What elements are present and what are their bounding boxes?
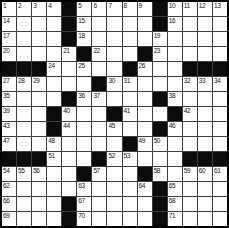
block-r11c14 [198, 152, 212, 166]
block-r5c1 [2, 62, 16, 76]
cell-r15c6[interactable]: 70 [77, 212, 91, 226]
cell-r15c13[interactable] [183, 212, 197, 226]
cell-r1c2[interactable]: 2 [17, 2, 31, 16]
cell-r5c12[interactable] [168, 62, 182, 76]
cell-r9c6[interactable] [77, 122, 91, 136]
cell-r4c1[interactable]: 20 [2, 47, 16, 61]
clue-number-24: 24 [48, 62, 54, 69]
cell-r8c3[interactable] [32, 107, 46, 121]
cell-r1c12[interactable]: 10 [168, 2, 182, 16]
cell-r12c1[interactable]: 54 [2, 167, 16, 181]
block-r5c9 [123, 62, 137, 76]
clue-number-49: 49 [139, 137, 145, 144]
cell-r13c3[interactable] [32, 182, 46, 196]
cell-r14c4[interactable] [47, 197, 61, 211]
cell-r5c10[interactable]: 26 [138, 62, 152, 76]
cell-r13c12[interactable]: 65 [168, 182, 182, 196]
clue-number-22: 22 [93, 47, 99, 54]
cell-r3c14[interactable] [198, 32, 212, 46]
block-r1c5 [62, 2, 76, 16]
cell-r11c6[interactable] [77, 152, 91, 166]
cell-r12c3[interactable]: 56 [32, 167, 46, 181]
cell-r15c14[interactable] [198, 212, 212, 226]
cell-r13c15[interactable] [213, 182, 227, 196]
cell-r4c8[interactable] [107, 47, 121, 61]
clue-number-48: 48 [48, 137, 54, 144]
cell-r5c6[interactable]: 25 [77, 62, 91, 76]
cell-r5c4[interactable]: 24 [47, 62, 61, 76]
cell-r8c1[interactable]: 39 [2, 107, 16, 121]
cell-r6c2[interactable]: 28 [17, 77, 31, 91]
cell-r15c15[interactable] [213, 212, 227, 226]
clue-number-68: 68 [169, 197, 175, 204]
cell-r2c6[interactable]: 15 [77, 17, 91, 31]
block-r11c1 [2, 152, 16, 166]
cell-r2c15[interactable] [213, 17, 227, 31]
clue-number-45: 45 [108, 122, 114, 129]
cell-r8c9[interactable]: 41 [123, 107, 137, 121]
block-r7c11 [153, 92, 167, 106]
cell-r10c4[interactable]: 48 [47, 137, 61, 151]
cell-r13c6[interactable]: 63 [77, 182, 91, 196]
clue-number-18: 18 [78, 32, 84, 39]
cell-r3c8[interactable] [107, 32, 121, 46]
block-r13c11 [153, 182, 167, 196]
cell-r15c9[interactable] [123, 212, 137, 226]
cell-r3c13[interactable] [183, 32, 197, 46]
cell-r12c13[interactable]: 59 [183, 167, 197, 181]
cell-r10c8[interactable] [107, 137, 121, 151]
cell-r11c10[interactable] [138, 152, 152, 166]
cell-r1c6[interactable]: 5 [77, 2, 91, 16]
cell-r9c15[interactable] [213, 122, 227, 136]
cell-r14c2[interactable] [17, 197, 31, 211]
clue-number-40: 40 [63, 107, 69, 114]
cell-r14c10[interactable] [138, 197, 152, 211]
clue-number-47: 47 [3, 137, 9, 144]
clue-number-12: 12 [199, 2, 205, 9]
cell-r9c3[interactable] [32, 122, 46, 136]
cell-r15c7[interactable] [92, 212, 106, 226]
cell-r12c4[interactable] [47, 167, 61, 181]
cell-r3c9[interactable] [123, 32, 137, 46]
cell-r13c1[interactable]: 62 [2, 182, 16, 196]
cell-r3c15[interactable] [213, 32, 227, 46]
cell-r6c13[interactable]: 32 [183, 77, 197, 91]
cell-r12c11[interactable]: 58 [153, 167, 167, 181]
block-r9c4 [47, 122, 61, 136]
cell-r12c15[interactable]: 61 [213, 167, 227, 181]
clue-number-54: 54 [3, 167, 9, 174]
clue-number-26: 26 [139, 62, 145, 69]
cell-r4c2[interactable] [17, 47, 31, 61]
cell-r4c13[interactable] [183, 47, 197, 61]
cell-r13c8[interactable] [107, 182, 121, 196]
cell-r5c7[interactable] [92, 62, 106, 76]
cell-r9c9[interactable] [123, 122, 137, 136]
cell-r14c3[interactable] [32, 197, 46, 211]
clue-number-37: 37 [93, 92, 99, 99]
cell-r10c6[interactable] [77, 137, 91, 151]
cell-r11c12[interactable] [168, 152, 182, 166]
cell-r8c14[interactable] [198, 107, 212, 121]
cell-r3c6[interactable]: 18 [77, 32, 91, 46]
cell-r6c9[interactable]: 31 [123, 77, 137, 91]
cell-r6c5[interactable] [62, 77, 76, 91]
cell-r2c4[interactable] [47, 17, 61, 31]
cell-r2c14[interactable] [198, 17, 212, 31]
block-r11c13 [183, 152, 197, 166]
cell-r13c7[interactable] [92, 182, 106, 196]
clue-number-4: 4 [48, 2, 51, 9]
cell-r2c3[interactable] [32, 17, 46, 31]
crossword-grid: 1234567891011121314151617181920212223242… [0, 0, 229, 228]
cell-r9c8[interactable]: 45 [107, 122, 121, 136]
cell-r4c9[interactable] [123, 47, 137, 61]
clue-number-13: 13 [214, 2, 220, 9]
cell-r7c8[interactable] [107, 92, 121, 106]
block-r10c9 [123, 137, 137, 151]
clue-number-9: 9 [139, 2, 142, 9]
cell-r8c15[interactable] [213, 107, 227, 121]
cell-r13c2[interactable] [17, 182, 31, 196]
clue-number-21: 21 [63, 47, 69, 54]
clue-number-7: 7 [108, 2, 111, 9]
cell-r4c12[interactable] [168, 47, 182, 61]
cell-r14c14[interactable] [198, 197, 212, 211]
clue-number-10: 10 [169, 2, 175, 9]
cell-r7c13[interactable] [183, 92, 197, 106]
cell-r1c1[interactable]: 1 [2, 2, 16, 16]
cell-r6c3[interactable]: 29 [32, 77, 46, 91]
cell-r8c2[interactable] [17, 107, 31, 121]
cell-r11c5[interactable] [62, 152, 76, 166]
cell-r6c6[interactable] [77, 77, 91, 91]
clue-number-25: 25 [78, 62, 84, 69]
clue-number-71: 71 [169, 212, 175, 219]
block-r11c2 [17, 152, 31, 166]
cell-r12c9[interactable] [123, 167, 137, 181]
cell-r10c3[interactable] [32, 137, 46, 151]
cell-r10c5[interactable] [62, 137, 76, 151]
clue-number-38: 38 [169, 92, 175, 99]
cell-r3c2[interactable] [17, 32, 31, 46]
cell-r3c4[interactable] [47, 32, 61, 46]
clue-number-15: 15 [78, 17, 84, 24]
block-r4c6 [77, 47, 91, 61]
cell-r7c4[interactable] [47, 92, 61, 106]
clue-number-5: 5 [78, 2, 81, 9]
cell-r7c12[interactable]: 38 [168, 92, 182, 106]
cell-r7c2[interactable] [17, 92, 31, 106]
cell-r8c11[interactable] [153, 107, 167, 121]
cell-r2c1[interactable]: 14 [2, 17, 16, 31]
cell-r1c8[interactable]: 7 [107, 2, 121, 16]
block-r4c10 [138, 47, 152, 61]
cell-r3c11[interactable]: 19 [153, 32, 167, 46]
block-r5c13 [183, 62, 197, 76]
block-r1c11 [153, 2, 167, 16]
cell-r13c9[interactable] [123, 182, 137, 196]
block-r5c2 [17, 62, 31, 76]
cell-r1c14[interactable]: 12 [198, 2, 212, 16]
clue-number-29: 29 [33, 77, 39, 84]
cell-r10c12[interactable] [168, 137, 182, 151]
clue-number-61: 61 [214, 167, 220, 174]
clue-number-59: 59 [184, 167, 190, 174]
cell-r10c7[interactable] [92, 137, 106, 151]
cell-r15c3[interactable] [32, 212, 46, 226]
block-r5c15 [213, 62, 227, 76]
cell-r11c8[interactable]: 52 [107, 152, 121, 166]
clue-number-62: 62 [3, 182, 9, 189]
cell-r1c4[interactable]: 4 [47, 2, 61, 16]
cell-r9c7[interactable] [92, 122, 106, 136]
block-r14c11 [153, 197, 167, 211]
clue-number-57: 57 [93, 167, 99, 174]
clue-number-70: 70 [78, 212, 84, 219]
cell-r13c10[interactable]: 64 [138, 182, 152, 196]
clue-number-33: 33 [199, 77, 205, 84]
cell-r15c2[interactable] [17, 212, 31, 226]
block-r8c12 [168, 107, 182, 121]
block-r2c11 [153, 17, 167, 31]
clue-number-41: 41 [124, 107, 130, 114]
cell-r7c15[interactable] [213, 92, 227, 106]
clue-number-43: 43 [3, 122, 9, 129]
cell-r12c5[interactable] [62, 167, 76, 181]
cell-r10c14[interactable] [198, 137, 212, 151]
cell-r9c14[interactable] [198, 122, 212, 136]
cell-r1c10[interactable]: 9 [138, 2, 152, 16]
cell-r7c7[interactable]: 37 [92, 92, 106, 106]
cell-r1c9[interactable]: 8 [123, 2, 137, 16]
clue-number-55: 55 [18, 167, 24, 174]
cell-r7c1[interactable]: 35 [2, 92, 16, 106]
clue-number-1: 1 [3, 2, 6, 9]
cell-r15c4[interactable] [47, 212, 61, 226]
block-r12c10 [138, 167, 152, 181]
cell-r8c5[interactable]: 40 [62, 107, 76, 121]
cell-r8c7[interactable] [92, 107, 106, 121]
cell-r4c7[interactable]: 22 [92, 47, 106, 61]
clue-number-67: 67 [78, 197, 84, 204]
cell-r15c10[interactable] [138, 212, 152, 226]
cell-r7c10[interactable] [138, 92, 152, 106]
cell-r14c9[interactable] [123, 197, 137, 211]
cell-r8c13[interactable]: 42 [183, 107, 197, 121]
cell-r2c7[interactable] [92, 17, 106, 31]
cell-r6c15[interactable]: 34 [213, 77, 227, 91]
cell-r4c11[interactable]: 23 [153, 47, 167, 61]
cell-r2c9[interactable] [123, 17, 137, 31]
cell-r2c12[interactable]: 16 [168, 17, 182, 31]
cell-r9c5[interactable]: 44 [62, 122, 76, 136]
block-r3c5 [62, 32, 76, 46]
cell-r9c13[interactable] [183, 122, 197, 136]
cell-r1c13[interactable]: 11 [183, 2, 197, 16]
cell-r8c6[interactable] [77, 107, 91, 121]
block-r12c6 [77, 167, 91, 181]
cell-r6c4[interactable] [47, 77, 61, 91]
clue-number-11: 11 [184, 2, 190, 9]
cell-r10c15[interactable] [213, 137, 227, 151]
cell-r3c12[interactable] [168, 32, 182, 46]
clue-number-34: 34 [214, 77, 220, 84]
clue-number-66: 66 [3, 197, 9, 204]
block-r11c7 [92, 152, 106, 166]
block-r5c14 [198, 62, 212, 76]
clue-number-53: 53 [124, 152, 130, 159]
cell-r12c7[interactable]: 57 [92, 167, 106, 181]
cell-r12c12[interactable] [168, 167, 182, 181]
crossword-page: 1234567891011121314151617181920212223242… [0, 0, 229, 228]
cell-r14c13[interactable] [183, 197, 197, 211]
clue-number-3: 3 [33, 2, 36, 9]
cell-r7c6[interactable]: 36 [77, 92, 91, 106]
cell-r6c10[interactable] [138, 77, 152, 91]
cell-r1c3[interactable]: 3 [32, 2, 46, 16]
cell-r10c1[interactable]: 47 [2, 137, 16, 151]
block-r8c8 [107, 107, 121, 121]
cell-r14c7[interactable] [92, 197, 106, 211]
block-r9c11 [153, 122, 167, 136]
clue-number-17: 17 [3, 32, 9, 39]
clue-number-28: 28 [18, 77, 24, 84]
cell-r5c5[interactable] [62, 62, 76, 76]
clue-number-30: 30 [108, 77, 114, 84]
cell-r3c1[interactable]: 17 [2, 32, 16, 46]
clue-number-23: 23 [154, 47, 160, 54]
cell-r6c1[interactable]: 27 [2, 77, 16, 91]
cell-r1c7[interactable]: 6 [92, 2, 106, 16]
clue-number-16: 16 [169, 17, 175, 24]
block-r15c11 [153, 212, 167, 226]
clue-number-69: 69 [3, 212, 9, 219]
cell-r13c5[interactable] [62, 182, 76, 196]
clue-number-44: 44 [63, 122, 69, 129]
cell-r1c15[interactable]: 13 [213, 2, 227, 16]
cell-r2c8[interactable] [107, 17, 121, 31]
clue-number-6: 6 [93, 2, 96, 9]
cell-r15c1[interactable]: 69 [2, 212, 16, 226]
cell-r6c8[interactable]: 30 [107, 77, 121, 91]
clue-number-63: 63 [78, 182, 84, 189]
cell-r4c5[interactable]: 21 [62, 47, 76, 61]
clue-number-19: 19 [154, 32, 160, 39]
cell-r7c14[interactable] [198, 92, 212, 106]
cell-r5c11[interactable] [153, 62, 167, 76]
clue-number-2: 2 [18, 2, 21, 9]
cell-r9c1[interactable]: 43 [2, 122, 16, 136]
block-r8c4 [47, 107, 61, 121]
clue-number-8: 8 [124, 2, 127, 9]
cell-r6c14[interactable]: 33 [198, 77, 212, 91]
cell-r2c2[interactable] [17, 17, 31, 31]
clue-number-14: 14 [3, 17, 9, 24]
cell-r6c11[interactable] [153, 77, 167, 91]
cell-r2c10[interactable] [138, 17, 152, 31]
clue-number-32: 32 [184, 77, 190, 84]
block-r11c3 [32, 152, 46, 166]
block-r7c5 [62, 92, 76, 106]
clue-number-60: 60 [199, 167, 205, 174]
cell-r12c2[interactable]: 55 [17, 167, 31, 181]
clue-number-50: 50 [154, 137, 160, 144]
cell-r3c3[interactable] [32, 32, 46, 46]
cell-r14c15[interactable] [213, 197, 227, 211]
cell-r15c8[interactable] [107, 212, 121, 226]
cell-r13c13[interactable] [183, 182, 197, 196]
cell-r12c8[interactable] [107, 167, 121, 181]
cell-r8c10[interactable] [138, 107, 152, 121]
cell-r3c7[interactable] [92, 32, 106, 46]
cell-r4c3[interactable] [32, 47, 46, 61]
cell-r10c11[interactable]: 50 [153, 137, 167, 151]
cell-r9c12[interactable]: 46 [168, 122, 182, 136]
clue-number-46: 46 [169, 122, 175, 129]
clue-number-56: 56 [33, 167, 39, 174]
cell-r11c4[interactable]: 51 [47, 152, 61, 166]
block-r15c5 [62, 212, 76, 226]
cell-r10c2[interactable] [17, 137, 31, 151]
cell-r4c15[interactable] [213, 47, 227, 61]
clue-number-35: 35 [3, 92, 9, 99]
cell-r9c2[interactable] [17, 122, 31, 136]
cell-r5c8[interactable] [107, 62, 121, 76]
cell-r4c14[interactable] [198, 47, 212, 61]
cell-r14c1[interactable]: 66 [2, 197, 16, 211]
cell-r7c3[interactable] [32, 92, 46, 106]
cell-r7c9[interactable] [123, 92, 137, 106]
clue-number-27: 27 [3, 77, 9, 84]
clue-number-51: 51 [48, 152, 54, 159]
block-r5c3 [32, 62, 46, 76]
clue-number-58: 58 [154, 167, 160, 174]
cell-r10c10[interactable]: 49 [138, 137, 152, 151]
clue-number-31: 31 [124, 77, 130, 84]
cell-r15c12[interactable]: 71 [168, 212, 182, 226]
clue-number-36: 36 [78, 92, 84, 99]
clue-number-64: 64 [139, 182, 145, 189]
clue-number-52: 52 [108, 152, 114, 159]
block-r2c5 [62, 17, 76, 31]
cell-r13c14[interactable] [198, 182, 212, 196]
cell-r10c13[interactable] [183, 137, 197, 151]
clue-number-39: 39 [3, 107, 9, 114]
cell-r14c12[interactable]: 68 [168, 197, 182, 211]
cell-r11c11[interactable] [153, 152, 167, 166]
cell-r14c6[interactable]: 67 [77, 197, 91, 211]
clue-number-65: 65 [169, 182, 175, 189]
cell-r6c12[interactable] [168, 77, 182, 91]
block-r11c15 [213, 152, 227, 166]
cell-r12c14[interactable]: 60 [198, 167, 212, 181]
cell-r3c10[interactable] [138, 32, 152, 46]
cell-r11c9[interactable]: 53 [123, 152, 137, 166]
cell-r14c8[interactable] [107, 197, 121, 211]
clue-number-20: 20 [3, 47, 9, 54]
cell-r2c13[interactable] [183, 17, 197, 31]
block-r6c7 [92, 77, 106, 91]
cell-r9c10[interactable] [138, 122, 152, 136]
clue-number-42: 42 [184, 107, 190, 114]
cell-r4c4[interactable] [47, 47, 61, 61]
cell-r13c4[interactable] [47, 182, 61, 196]
block-r14c5 [62, 197, 76, 211]
